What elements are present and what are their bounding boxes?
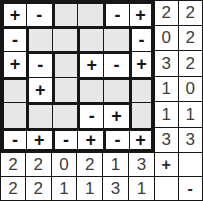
empty-corner-cell: [155, 177, 179, 201]
neutral-cell[interactable]: [26, 102, 52, 128]
magnet-minus-cell[interactable]: -: [26, 51, 52, 77]
magnet-plus-cell[interactable]: +: [77, 128, 103, 154]
neutral-cell[interactable]: [129, 102, 155, 128]
row-plus-clue: 0: [155, 26, 179, 52]
neutral-cell[interactable]: [0, 102, 26, 128]
row-minus-clue: 0: [179, 77, 203, 103]
magnet-minus-cell[interactable]: -: [77, 102, 103, 128]
row-minus-clue: 2: [179, 51, 203, 77]
magnet-plus-cell[interactable]: +: [129, 128, 155, 154]
magnet-plus-cell[interactable]: +: [26, 77, 52, 103]
magnet-plus-cell[interactable]: +: [0, 51, 26, 77]
neutral-cell[interactable]: [103, 26, 129, 52]
magnet-plus-cell[interactable]: +: [26, 128, 52, 154]
neutral-cell[interactable]: [52, 26, 78, 52]
row-plus-clue: 3: [155, 51, 179, 77]
magnet-minus-cell[interactable]: -: [0, 26, 26, 52]
row-minus-clue: 3: [179, 128, 203, 154]
magnet-minus-cell[interactable]: -: [103, 0, 129, 26]
col-plus-clue: 0: [52, 153, 78, 177]
magnet-minus-cell[interactable]: -: [103, 128, 129, 154]
neutral-cell[interactable]: [77, 77, 103, 103]
plus-corner-label: +: [155, 153, 179, 177]
empty-corner-cell: [179, 153, 203, 177]
neutral-cell[interactable]: [52, 51, 78, 77]
neutral-cell[interactable]: [77, 0, 103, 26]
magnet-minus-cell[interactable]: -: [26, 0, 52, 26]
row-minus-clue: 1: [179, 102, 203, 128]
magnet-minus-cell[interactable]: -: [0, 128, 26, 154]
col-plus-clue: 2: [77, 153, 103, 177]
neutral-cell[interactable]: [0, 77, 26, 103]
col-minus-clue: 1: [77, 177, 103, 201]
neutral-cell[interactable]: [52, 77, 78, 103]
row-plus-clue: 1: [155, 77, 179, 103]
col-minus-clue: 2: [0, 177, 26, 201]
magnet-plus-cell[interactable]: +: [103, 102, 129, 128]
neutral-cell[interactable]: [77, 26, 103, 52]
magnet-plus-cell[interactable]: +: [77, 51, 103, 77]
neutral-cell[interactable]: [52, 0, 78, 26]
neutral-cell[interactable]: [129, 77, 155, 103]
neutral-cell[interactable]: [52, 102, 78, 128]
row-plus-clue: 3: [155, 128, 179, 154]
magnets-puzzle: +--+22--02+-+-+32+10-+11-+-+-+33220213+2…: [0, 0, 203, 201]
magnet-minus-cell[interactable]: -: [129, 26, 155, 52]
magnet-minus-cell[interactable]: -: [52, 128, 78, 154]
row-plus-clue: 1: [155, 102, 179, 128]
col-minus-clue: 2: [26, 177, 52, 201]
col-minus-clue: 3: [103, 177, 129, 201]
col-plus-clue: 3: [129, 153, 155, 177]
minus-corner-label: -: [179, 177, 203, 201]
magnet-plus-cell[interactable]: +: [129, 0, 155, 26]
col-plus-clue: 2: [26, 153, 52, 177]
magnet-plus-cell[interactable]: +: [0, 0, 26, 26]
puzzle-grid: +--+22--02+-+-+32+10-+11-+-+-+33220213+2…: [0, 0, 203, 201]
col-minus-clue: 1: [129, 177, 155, 201]
row-minus-clue: 2: [179, 0, 203, 26]
row-minus-clue: 2: [179, 26, 203, 52]
col-plus-clue: 1: [103, 153, 129, 177]
col-minus-clue: 1: [52, 177, 78, 201]
magnet-minus-cell[interactable]: -: [103, 51, 129, 77]
magnet-plus-cell[interactable]: +: [129, 51, 155, 77]
neutral-cell[interactable]: [103, 77, 129, 103]
neutral-cell[interactable]: [26, 26, 52, 52]
row-plus-clue: 2: [155, 0, 179, 26]
col-plus-clue: 2: [0, 153, 26, 177]
